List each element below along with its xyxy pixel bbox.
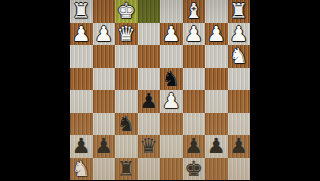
black-rook-f8: ♜: [117, 158, 136, 180]
white-king-f1: ♚: [117, 0, 136, 22]
square-f7: [115, 135, 138, 158]
square-b1: [205, 0, 228, 23]
square-d2: ♟: [160, 23, 183, 46]
white-pawn-d5: ♟: [162, 90, 181, 112]
black-pawn-b7: ♟: [207, 135, 226, 157]
square-a3: ♞: [228, 45, 251, 68]
black-knight-f6: ♞: [117, 113, 136, 135]
square-f2: ♛: [115, 23, 138, 46]
square-b6: [205, 113, 228, 136]
square-d8: [160, 158, 183, 181]
square-b5: [205, 90, 228, 113]
square-b7: ♟: [205, 135, 228, 158]
square-a2: ♟: [228, 23, 251, 46]
square-h5: [70, 90, 93, 113]
white-pawn-h2: ♟: [72, 23, 91, 45]
square-e2: [138, 23, 161, 46]
square-f4: [115, 68, 138, 91]
white-pawn-b2: ♟: [207, 23, 226, 45]
letterbox-left: [0, 0, 70, 180]
square-g6: [93, 113, 116, 136]
white-pawn-d2: ♟: [162, 23, 181, 45]
square-e3: [138, 45, 161, 68]
square-f8: ♜: [115, 158, 138, 181]
square-a4: [228, 68, 251, 91]
square-f3: [115, 45, 138, 68]
square-e5: ♟: [138, 90, 161, 113]
square-g7: ♟: [93, 135, 116, 158]
square-d1: [160, 0, 183, 23]
square-d4: ♞: [160, 68, 183, 91]
black-pawn-e5: ♟: [139, 90, 158, 112]
square-h1: ♜: [70, 0, 93, 23]
square-c2: ♟: [183, 23, 206, 46]
square-b2: ♟: [205, 23, 228, 46]
square-b3: [205, 45, 228, 68]
square-g1: [93, 0, 116, 23]
black-pawn-a7: ♟: [229, 135, 248, 157]
white-rook-h1: ♜: [72, 0, 91, 22]
white-rook-a1: ♜: [229, 0, 248, 22]
white-knight-a3: ♞: [229, 45, 248, 67]
square-d6: [160, 113, 183, 136]
square-d5: ♟: [160, 90, 183, 113]
square-e4: [138, 68, 161, 91]
square-e8: [138, 158, 161, 181]
black-knight-d4: ♞: [162, 68, 181, 90]
square-d7: [160, 135, 183, 158]
square-c4: [183, 68, 206, 91]
black-king-c8: ♚: [184, 158, 203, 180]
square-a8: [228, 158, 251, 181]
white-knight-h8: ♞: [72, 158, 91, 180]
square-c7: ♟: [183, 135, 206, 158]
square-c6: [183, 113, 206, 136]
black-pawn-h7: ♟: [72, 135, 91, 157]
letterbox-right: [250, 0, 320, 180]
square-c3: [183, 45, 206, 68]
square-e1: [138, 0, 161, 23]
square-h8: ♞: [70, 158, 93, 181]
white-pawn-c2: ♟: [184, 23, 203, 45]
square-h2: ♟: [70, 23, 93, 46]
square-f1: ♚: [115, 0, 138, 23]
black-pawn-g7: ♟: [94, 135, 113, 157]
square-g8: [93, 158, 116, 181]
white-pawn-g2: ♟: [94, 23, 113, 45]
square-a6: [228, 113, 251, 136]
square-h3: [70, 45, 93, 68]
video-frame: ♜♚♝♜♟♟♛♟♟♟♟♞♞♟♟♞♟♟♛♟♟♟♞♜♚: [0, 0, 320, 180]
square-g2: ♟: [93, 23, 116, 46]
square-g3: [93, 45, 116, 68]
square-a5: [228, 90, 251, 113]
square-c1: ♝: [183, 0, 206, 23]
square-e7: ♛: [138, 135, 161, 158]
white-pawn-a2: ♟: [229, 23, 248, 45]
square-h6: [70, 113, 93, 136]
square-a7: ♟: [228, 135, 251, 158]
square-c8: ♚: [183, 158, 206, 181]
black-pawn-c7: ♟: [184, 135, 203, 157]
square-g4: [93, 68, 116, 91]
square-d3: [160, 45, 183, 68]
square-b8: [205, 158, 228, 181]
square-f6: ♞: [115, 113, 138, 136]
black-queen-e7: ♛: [139, 135, 158, 157]
square-a1: ♜: [228, 0, 251, 23]
chess-board: ♜♚♝♜♟♟♛♟♟♟♟♞♞♟♟♞♟♟♛♟♟♟♞♜♚: [70, 0, 250, 180]
square-h4: [70, 68, 93, 91]
white-queen-f2: ♛: [117, 23, 136, 45]
square-f5: [115, 90, 138, 113]
square-g5: [93, 90, 116, 113]
white-bishop-c1: ♝: [184, 0, 203, 22]
square-b4: [205, 68, 228, 91]
square-c5: [183, 90, 206, 113]
square-e6: [138, 113, 161, 136]
square-h7: ♟: [70, 135, 93, 158]
